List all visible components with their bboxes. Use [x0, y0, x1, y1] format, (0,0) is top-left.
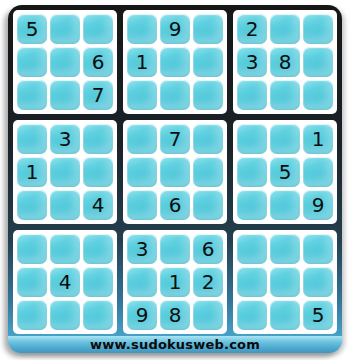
sudoku-cell-r1c3[interactable]	[83, 14, 113, 44]
sudoku-cell-r7c3[interactable]	[83, 234, 113, 264]
sudoku-cell-r1c8[interactable]	[270, 14, 300, 44]
sudoku-cell-r3c2[interactable]	[50, 80, 80, 110]
sudoku-cell-r1c2[interactable]	[50, 14, 80, 44]
sudoku-cell-r9c3[interactable]	[83, 300, 113, 330]
sudoku-cell-r8c5[interactable]: 1	[160, 267, 190, 297]
sudoku-cell-r2c1[interactable]	[17, 47, 47, 77]
sudoku-cell-r6c4[interactable]	[127, 190, 157, 220]
sudoku-cell-r6c9[interactable]: 9	[303, 190, 333, 220]
sudoku-cell-r8c8[interactable]	[270, 267, 300, 297]
sudoku-cell-r7c6[interactable]: 6	[193, 234, 223, 264]
sudoku-cell-r5c6[interactable]	[193, 157, 223, 187]
sudoku-cell-r4c3[interactable]	[83, 124, 113, 154]
sudoku-cell-r2c5[interactable]	[160, 47, 190, 77]
sudoku-cell-r5c5[interactable]	[160, 157, 190, 187]
sudoku-cell-r6c8[interactable]	[270, 190, 300, 220]
sudoku-cell-r6c1[interactable]	[17, 190, 47, 220]
sudoku-box-1: 91	[123, 10, 227, 114]
sudoku-cell-r5c2[interactable]	[50, 157, 80, 187]
sudoku-cell-r6c3[interactable]: 4	[83, 190, 113, 220]
sudoku-cell-r1c6[interactable]	[193, 14, 223, 44]
sudoku-cell-r8c1[interactable]	[17, 267, 47, 297]
sudoku-cell-r2c8[interactable]: 8	[270, 47, 300, 77]
sudoku-cell-r8c9[interactable]	[303, 267, 333, 297]
sudoku-cell-r7c1[interactable]	[17, 234, 47, 264]
sudoku-cell-r1c5[interactable]: 9	[160, 14, 190, 44]
site-url[interactable]: www.sudokusweb.com	[90, 337, 260, 352]
sudoku-cell-r7c9[interactable]	[303, 234, 333, 264]
sudoku-cell-r2c4[interactable]: 1	[127, 47, 157, 77]
sudoku-cell-r9c8[interactable]	[270, 300, 300, 330]
sudoku-cell-r4c7[interactable]	[237, 124, 267, 154]
sudoku-cell-r6c6[interactable]	[193, 190, 223, 220]
sudoku-cell-r7c5[interactable]	[160, 234, 190, 264]
sudoku-cell-r5c3[interactable]	[83, 157, 113, 187]
sudoku-cell-r5c1[interactable]: 1	[17, 157, 47, 187]
sudoku-cell-r9c9[interactable]: 5	[303, 300, 333, 330]
sudoku-cell-r8c3[interactable]	[83, 267, 113, 297]
sudoku-cell-r7c4[interactable]: 3	[127, 234, 157, 264]
sudoku-cell-r1c4[interactable]	[127, 14, 157, 44]
sudoku-cell-r5c9[interactable]	[303, 157, 333, 187]
sudoku-cell-r3c6[interactable]	[193, 80, 223, 110]
sudoku-box-3: 314	[13, 120, 117, 224]
sudoku-box-8: 5	[233, 230, 337, 334]
sudoku-cell-r1c1[interactable]: 5	[17, 14, 47, 44]
sudoku-cell-r2c6[interactable]	[193, 47, 223, 77]
sudoku-box-6: 4	[13, 230, 117, 334]
sudoku-cell-r4c2[interactable]: 3	[50, 124, 80, 154]
sudoku-cell-r2c9[interactable]	[303, 47, 333, 77]
sudoku-cell-r3c9[interactable]	[303, 80, 333, 110]
sudoku-box-0: 567	[13, 10, 117, 114]
sudoku-cell-r4c8[interactable]	[270, 124, 300, 154]
sudoku-box-5: 159	[233, 120, 337, 224]
sudoku-cell-r9c1[interactable]	[17, 300, 47, 330]
sudoku-cell-r8c6[interactable]: 2	[193, 267, 223, 297]
sudoku-box-2: 238	[233, 10, 337, 114]
sudoku-cell-r2c2[interactable]	[50, 47, 80, 77]
sudoku-cell-r4c5[interactable]: 7	[160, 124, 190, 154]
sudoku-cell-r3c8[interactable]	[270, 80, 300, 110]
sudoku-cell-r6c5[interactable]: 6	[160, 190, 190, 220]
sudoku-cell-r3c5[interactable]	[160, 80, 190, 110]
sudoku-cell-r1c9[interactable]	[303, 14, 333, 44]
sudoku-cell-r8c7[interactable]	[237, 267, 267, 297]
sudoku-cell-r6c2[interactable]	[50, 190, 80, 220]
sudoku-cell-r7c2[interactable]	[50, 234, 80, 264]
sudoku-cell-r1c7[interactable]: 2	[237, 14, 267, 44]
sudoku-cell-r7c8[interactable]	[270, 234, 300, 264]
sudoku-cell-r3c7[interactable]	[237, 80, 267, 110]
sudoku-cell-r3c4[interactable]	[127, 80, 157, 110]
sudoku-cell-r8c2[interactable]: 4	[50, 267, 80, 297]
sudoku-cell-r8c4[interactable]	[127, 267, 157, 297]
sudoku-cell-r3c1[interactable]	[17, 80, 47, 110]
sudoku-cell-r4c1[interactable]	[17, 124, 47, 154]
sudoku-box-4: 76	[123, 120, 227, 224]
sudoku-cell-r7c7[interactable]	[237, 234, 267, 264]
sudoku-cell-r3c3[interactable]: 7	[83, 80, 113, 110]
sudoku-cell-r6c7[interactable]	[237, 190, 267, 220]
sudoku-grid: 567912383147615943612985	[13, 10, 337, 334]
sudoku-cell-r2c3[interactable]: 6	[83, 47, 113, 77]
footer-band: www.sudokusweb.com	[8, 336, 342, 353]
sudoku-cell-r5c7[interactable]	[237, 157, 267, 187]
sudoku-cell-r9c4[interactable]: 9	[127, 300, 157, 330]
sudoku-board: 567912383147615943612985 www.sudokusweb.…	[8, 5, 342, 353]
sudoku-cell-r9c5[interactable]: 8	[160, 300, 190, 330]
sudoku-cell-r4c6[interactable]	[193, 124, 223, 154]
sudoku-cell-r2c7[interactable]: 3	[237, 47, 267, 77]
sudoku-cell-r9c7[interactable]	[237, 300, 267, 330]
sudoku-cell-r5c4[interactable]	[127, 157, 157, 187]
sudoku-cell-r9c2[interactable]	[50, 300, 80, 330]
sudoku-cell-r4c4[interactable]	[127, 124, 157, 154]
sudoku-cell-r4c9[interactable]: 1	[303, 124, 333, 154]
sudoku-box-7: 361298	[123, 230, 227, 334]
sudoku-cell-r9c6[interactable]	[193, 300, 223, 330]
sudoku-cell-r5c8[interactable]: 5	[270, 157, 300, 187]
